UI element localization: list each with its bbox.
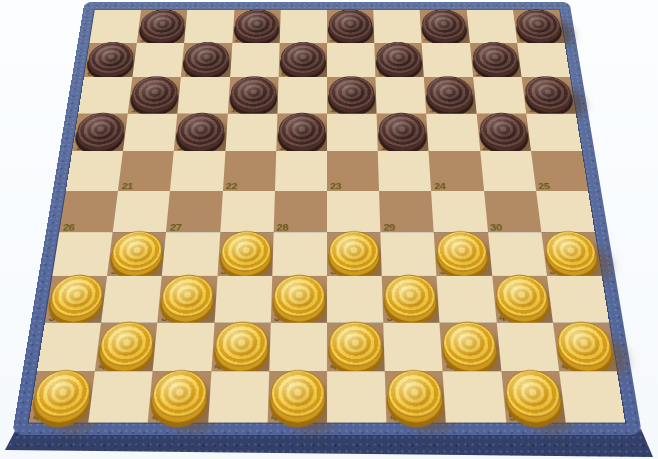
square-41[interactable]: 41 bbox=[95, 322, 158, 371]
light-square bbox=[123, 113, 178, 151]
light-square bbox=[113, 191, 171, 233]
square-1[interactable]: 1 bbox=[137, 10, 188, 43]
square-12[interactable]: 12 bbox=[227, 77, 278, 113]
square-8[interactable]: 8 bbox=[278, 43, 327, 77]
square-7[interactable]: 7 bbox=[181, 43, 232, 77]
square-23[interactable]: 23 bbox=[327, 151, 379, 191]
dark-man-square-11[interactable] bbox=[130, 77, 179, 110]
light-square bbox=[488, 232, 547, 276]
square-30[interactable]: 30 bbox=[484, 191, 542, 233]
dark-man-square-16[interactable] bbox=[75, 113, 126, 148]
square-number: 28 bbox=[277, 223, 289, 233]
dark-man-square-7[interactable] bbox=[183, 42, 230, 74]
square-40[interactable]: 40 bbox=[492, 276, 553, 322]
light-square bbox=[162, 232, 220, 276]
dark-man-square-8[interactable] bbox=[280, 42, 325, 74]
light-square bbox=[327, 113, 378, 151]
light-square bbox=[526, 113, 582, 151]
square-46[interactable]: 46 bbox=[29, 371, 95, 422]
light-square bbox=[52, 232, 113, 276]
square-number: 26 bbox=[62, 223, 75, 233]
dark-man-square-2[interactable] bbox=[234, 9, 279, 39]
light-square bbox=[383, 322, 443, 371]
light-square bbox=[373, 10, 422, 43]
light-man-square-43[interactable] bbox=[329, 321, 382, 366]
square-6[interactable]: 6 bbox=[84, 43, 137, 77]
square-27[interactable]: 27 bbox=[166, 191, 222, 233]
square-49[interactable]: 49 bbox=[385, 371, 446, 422]
square-number: 3 bbox=[330, 35, 335, 43]
dark-man-square-1[interactable] bbox=[139, 9, 186, 39]
light-square bbox=[230, 43, 280, 77]
square-17[interactable]: 17 bbox=[174, 113, 227, 151]
light-man-square-31[interactable] bbox=[110, 231, 164, 271]
square-5[interactable]: 5 bbox=[513, 10, 565, 43]
light-man-square-36[interactable] bbox=[48, 275, 105, 317]
square-34[interactable]: 34 bbox=[434, 232, 492, 276]
light-square bbox=[225, 113, 277, 151]
light-square bbox=[473, 77, 526, 113]
square-26[interactable]: 26 bbox=[59, 191, 118, 233]
light-square bbox=[480, 151, 536, 191]
light-man-square-38[interactable] bbox=[273, 275, 325, 317]
square-37[interactable]: 37 bbox=[158, 276, 217, 322]
light-square bbox=[376, 77, 427, 113]
light-man-square-42[interactable] bbox=[214, 321, 269, 366]
square-number: 5 bbox=[519, 35, 525, 43]
light-square bbox=[422, 43, 473, 77]
square-3[interactable]: 3 bbox=[327, 10, 374, 43]
square-4[interactable]: 4 bbox=[420, 10, 470, 43]
light-square bbox=[89, 10, 141, 43]
light-square bbox=[66, 151, 123, 191]
square-35[interactable]: 35 bbox=[541, 232, 602, 276]
square-number: 29 bbox=[383, 223, 395, 233]
light-square bbox=[466, 10, 517, 43]
square-24[interactable]: 24 bbox=[429, 151, 484, 191]
light-square bbox=[381, 232, 437, 276]
light-square bbox=[101, 276, 162, 322]
square-number: 6 bbox=[87, 69, 93, 77]
square-42[interactable]: 42 bbox=[211, 322, 271, 371]
light-man-square-33[interactable] bbox=[329, 231, 379, 271]
square-43[interactable]: 43 bbox=[327, 322, 385, 371]
square-31[interactable]: 31 bbox=[107, 232, 166, 276]
square-number: 30 bbox=[490, 223, 502, 233]
light-square bbox=[536, 191, 595, 233]
light-square bbox=[279, 10, 327, 43]
square-33[interactable]: 33 bbox=[327, 232, 382, 276]
light-square bbox=[327, 191, 381, 233]
light-square bbox=[517, 43, 570, 77]
light-square bbox=[214, 276, 272, 322]
light-square bbox=[78, 77, 132, 113]
light-square bbox=[559, 371, 625, 422]
square-number: 22 bbox=[226, 181, 238, 190]
square-16[interactable]: 16 bbox=[72, 113, 128, 151]
square-25[interactable]: 25 bbox=[531, 151, 588, 191]
light-square bbox=[378, 151, 431, 191]
square-32[interactable]: 32 bbox=[217, 232, 273, 276]
light-man-square-49[interactable] bbox=[387, 370, 443, 417]
light-square bbox=[184, 10, 234, 43]
square-45[interactable]: 45 bbox=[553, 322, 617, 371]
square-28[interactable]: 28 bbox=[273, 191, 327, 233]
light-square bbox=[269, 322, 327, 371]
dark-man-square-3[interactable] bbox=[329, 9, 373, 39]
square-number: 7 bbox=[184, 69, 190, 77]
light-square bbox=[327, 276, 383, 322]
square-10[interactable]: 10 bbox=[470, 43, 522, 77]
square-50[interactable]: 50 bbox=[501, 371, 566, 422]
square-19[interactable]: 19 bbox=[377, 113, 429, 151]
light-man-square-32[interactable] bbox=[220, 231, 272, 271]
light-square bbox=[327, 371, 387, 422]
dark-man-square-12[interactable] bbox=[230, 77, 277, 110]
light-square bbox=[275, 151, 327, 191]
square-36[interactable]: 36 bbox=[45, 276, 107, 322]
board-grid: 1234567891011121314151617181920212223242… bbox=[29, 10, 625, 422]
light-square bbox=[208, 371, 269, 422]
light-square bbox=[88, 371, 153, 422]
square-47[interactable]: 47 bbox=[148, 371, 211, 422]
light-man-square-39[interactable] bbox=[384, 275, 437, 317]
dark-man-square-18[interactable] bbox=[278, 113, 325, 148]
draughts-app: 1234567891011121314151617181920212223242… bbox=[0, 0, 658, 459]
square-29[interactable]: 29 bbox=[379, 191, 434, 233]
square-14[interactable]: 14 bbox=[424, 77, 476, 113]
light-square bbox=[133, 43, 185, 77]
light-square bbox=[443, 371, 506, 422]
light-man-square-41[interactable] bbox=[98, 321, 155, 366]
light-square bbox=[178, 77, 230, 113]
dark-man-square-19[interactable] bbox=[379, 113, 427, 148]
square-15[interactable]: 15 bbox=[521, 77, 575, 113]
square-number: 21 bbox=[121, 181, 133, 190]
square-13[interactable]: 13 bbox=[327, 77, 377, 113]
square-20[interactable]: 20 bbox=[476, 113, 531, 151]
square-number: 2 bbox=[235, 35, 241, 43]
light-square bbox=[327, 43, 376, 77]
light-square bbox=[37, 322, 101, 371]
square-38[interactable]: 38 bbox=[271, 276, 327, 322]
dark-man-square-17[interactable] bbox=[177, 113, 226, 148]
square-number: 9 bbox=[378, 69, 384, 77]
light-square bbox=[547, 276, 609, 322]
square-number: 27 bbox=[169, 223, 181, 233]
square-number: 1 bbox=[140, 35, 146, 43]
board-3d-wrapper: 1234567891011121314151617181920212223242… bbox=[12, 2, 642, 435]
light-square bbox=[170, 151, 225, 191]
light-man-square-47[interactable] bbox=[151, 370, 209, 417]
light-man-square-48[interactable] bbox=[270, 370, 325, 417]
light-square bbox=[431, 191, 487, 233]
square-11[interactable]: 11 bbox=[128, 77, 181, 113]
square-number: 23 bbox=[330, 181, 341, 190]
square-22[interactable]: 22 bbox=[223, 151, 276, 191]
square-44[interactable]: 44 bbox=[440, 322, 501, 371]
light-square bbox=[277, 77, 327, 113]
dark-man-square-6[interactable] bbox=[87, 42, 136, 74]
square-18[interactable]: 18 bbox=[276, 113, 327, 151]
dark-man-square-13[interactable] bbox=[329, 77, 375, 110]
square-number: 24 bbox=[434, 181, 446, 190]
square-number: 25 bbox=[538, 181, 550, 190]
dark-man-square-9[interactable] bbox=[376, 42, 422, 74]
light-square bbox=[496, 322, 559, 371]
square-2[interactable]: 2 bbox=[232, 10, 281, 43]
light-square bbox=[272, 232, 327, 276]
square-number: 4 bbox=[424, 35, 430, 43]
square-number: 8 bbox=[281, 69, 286, 77]
square-39[interactable]: 39 bbox=[382, 276, 440, 322]
light-man-square-37[interactable] bbox=[160, 275, 214, 317]
board-frame: 1234567891011121314151617181920212223242… bbox=[12, 2, 642, 435]
square-48[interactable]: 48 bbox=[267, 371, 327, 422]
light-square bbox=[220, 191, 275, 233]
light-man-square-46[interactable] bbox=[32, 370, 93, 417]
light-square bbox=[437, 276, 496, 322]
square-9[interactable]: 9 bbox=[374, 43, 424, 77]
light-square bbox=[153, 322, 214, 371]
square-21[interactable]: 21 bbox=[118, 151, 174, 191]
light-square bbox=[427, 113, 480, 151]
